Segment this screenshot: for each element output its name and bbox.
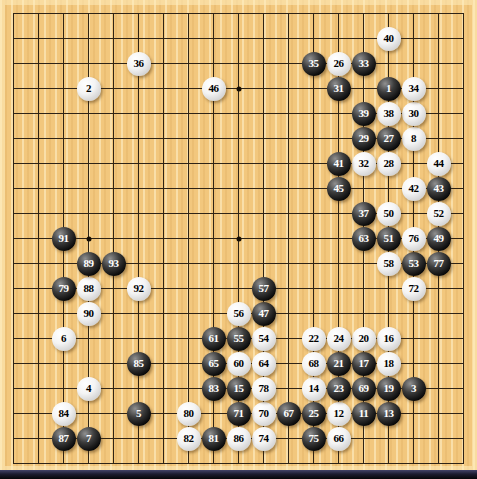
- stone-40-white: 40: [377, 27, 401, 51]
- stone-1-black: 1: [377, 77, 401, 101]
- stone-87-black: 87: [52, 427, 76, 451]
- stone-21-black: 21: [327, 352, 351, 376]
- stone-29-black: 29: [352, 127, 376, 151]
- stone-42-white: 42: [402, 177, 426, 201]
- stone-41-black: 41: [327, 152, 351, 176]
- stone-67-black: 67: [277, 402, 301, 426]
- stone-51-black: 51: [377, 227, 401, 251]
- stone-8-white: 8: [402, 127, 426, 151]
- grid-line-horizontal: [13, 463, 464, 464]
- stone-3-black: 3: [402, 377, 426, 401]
- stone-46-white: 46: [202, 77, 226, 101]
- stone-91-black: 91: [52, 227, 76, 251]
- stone-77-black: 77: [427, 252, 451, 276]
- go-kifu-window: 1234567811121314151617181920212223242526…: [0, 0, 477, 479]
- stone-20-white: 20: [352, 327, 376, 351]
- stone-7-black: 7: [77, 427, 101, 451]
- stone-6-white: 6: [52, 327, 76, 351]
- stone-65-black: 65: [202, 352, 226, 376]
- stone-52-white: 52: [427, 202, 451, 226]
- stone-84-white: 84: [52, 402, 76, 426]
- stone-17-black: 17: [352, 352, 376, 376]
- stone-12-white: 12: [327, 402, 351, 426]
- stone-5-black: 5: [127, 402, 151, 426]
- stone-28-white: 28: [377, 152, 401, 176]
- stone-26-white: 26: [327, 52, 351, 76]
- stone-33-black: 33: [352, 52, 376, 76]
- stone-14-white: 14: [302, 377, 326, 401]
- stone-63-black: 63: [352, 227, 376, 251]
- stone-82-white: 82: [177, 427, 201, 451]
- stone-18-white: 18: [377, 352, 401, 376]
- stone-74-white: 74: [252, 427, 276, 451]
- stone-2-white: 2: [77, 77, 101, 101]
- stone-66-white: 66: [327, 427, 351, 451]
- stone-44-white: 44: [427, 152, 451, 176]
- stone-47-black: 47: [252, 302, 276, 326]
- stone-19-black: 19: [377, 377, 401, 401]
- stone-32-white: 32: [352, 152, 376, 176]
- star-point: [86, 236, 91, 241]
- stone-11-black: 11: [352, 402, 376, 426]
- stone-30-white: 30: [402, 102, 426, 126]
- stone-76-white: 76: [402, 227, 426, 251]
- stone-25-black: 25: [302, 402, 326, 426]
- stone-13-black: 13: [377, 402, 401, 426]
- stone-36-white: 36: [127, 52, 151, 76]
- stone-57-black: 57: [252, 277, 276, 301]
- stone-56-white: 56: [227, 302, 251, 326]
- stone-81-black: 81: [202, 427, 226, 451]
- stone-31-black: 31: [327, 77, 351, 101]
- stone-4-white: 4: [77, 377, 101, 401]
- stone-53-black: 53: [402, 252, 426, 276]
- stone-45-black: 45: [327, 177, 351, 201]
- stone-49-black: 49: [427, 227, 451, 251]
- stone-86-white: 86: [227, 427, 251, 451]
- stone-35-black: 35: [302, 52, 326, 76]
- stone-85-black: 85: [127, 352, 151, 376]
- go-board[interactable]: 1234567811121314151617181920212223242526…: [0, 0, 477, 471]
- stone-71-black: 71: [227, 402, 251, 426]
- stone-43-black: 43: [427, 177, 451, 201]
- stone-70-white: 70: [252, 402, 276, 426]
- stone-75-black: 75: [302, 427, 326, 451]
- star-point: [236, 236, 241, 241]
- stone-54-white: 54: [252, 327, 276, 351]
- stone-23-black: 23: [327, 377, 351, 401]
- stone-50-white: 50: [377, 202, 401, 226]
- stone-72-white: 72: [402, 277, 426, 301]
- grid-line-vertical: [288, 13, 289, 464]
- stone-55-black: 55: [227, 327, 251, 351]
- stone-38-white: 38: [377, 102, 401, 126]
- stone-78-white: 78: [252, 377, 276, 401]
- stone-64-white: 64: [252, 352, 276, 376]
- star-point: [236, 86, 241, 91]
- stone-89-black: 89: [77, 252, 101, 276]
- grid-line-vertical: [463, 13, 464, 464]
- stone-93-black: 93: [102, 252, 126, 276]
- stone-80-white: 80: [177, 402, 201, 426]
- stone-69-black: 69: [352, 377, 376, 401]
- stone-37-black: 37: [352, 202, 376, 226]
- window-bottom-edge: [0, 470, 477, 479]
- stone-83-black: 83: [202, 377, 226, 401]
- stone-58-white: 58: [377, 252, 401, 276]
- stone-39-black: 39: [352, 102, 376, 126]
- stone-88-white: 88: [77, 277, 101, 301]
- stone-79-black: 79: [52, 277, 76, 301]
- stone-90-white: 90: [77, 302, 101, 326]
- stone-24-white: 24: [327, 327, 351, 351]
- stone-22-white: 22: [302, 327, 326, 351]
- stone-61-black: 61: [202, 327, 226, 351]
- stone-27-black: 27: [377, 127, 401, 151]
- stone-34-white: 34: [402, 77, 426, 101]
- stone-60-white: 60: [227, 352, 251, 376]
- stone-68-white: 68: [302, 352, 326, 376]
- stone-15-black: 15: [227, 377, 251, 401]
- stone-92-white: 92: [127, 277, 151, 301]
- stone-16-white: 16: [377, 327, 401, 351]
